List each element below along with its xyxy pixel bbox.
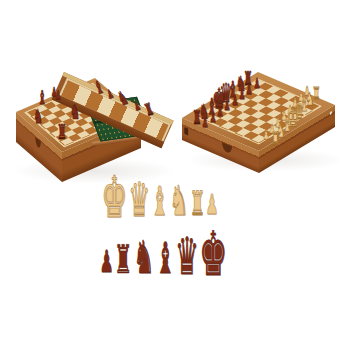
closed-box-hinge-pin [330,111,332,115]
dark-knight-piece: ♞ [139,248,149,281]
light-bishop-piece: ♝ [155,193,164,222]
closed-chess-box: ♜♞♝♛♚♝♞♜♟♟♟♟♟♟♟♟♟♟♟♟♟♟♟♟♜♞♝♛♚♝♞♜ [180,58,348,178]
open-box-finger-notch [35,137,41,150]
light-knight-piece: ♞ [174,192,183,222]
dark-bishop-piece: ♝ [160,249,170,280]
closed-box-finger-notch [222,142,232,154]
light-king-piece: ♚ [108,185,121,226]
closed-box-latch [184,127,188,136]
dark-king-piece: ♚ [207,240,221,284]
light-pieces-row: ♚♛♝♞♜♟ [102,172,218,213]
open-chess-box: ♟♝♟♞♞♜♝♟♞♟♜ [8,60,186,188]
dark-rook-piece: ♜ [119,252,128,280]
dark-queen-piece: ♛ [181,245,192,282]
chess-product-photo: ♟♝♟♞♞♜♝♟♞♟♜ ♜♞♝♛♚♝♞♜♟♟♟♟♟♟♟♟♟♟♟♟♟♟♟♟♜♞♝♛… [0,0,350,350]
light-pawn-piece: ♟ [209,199,215,219]
light-rook-piece: ♜ [194,196,201,220]
light-queen-piece: ♛ [133,189,144,223]
dark-pieces-row: ♟♜♞♝♛♚ [100,227,227,271]
dark-pawn-piece: ♟ [103,256,110,278]
